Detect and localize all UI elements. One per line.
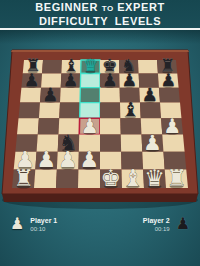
square-e6[interactable] xyxy=(100,88,120,103)
player2-name: Player 2 xyxy=(143,216,170,225)
players-bar: ♟ Player 1 00:10 Player 2 00:19 ♟ xyxy=(0,209,200,239)
player1-clock: 00:10 xyxy=(30,225,57,233)
player1-panel: ♟ Player 1 00:10 xyxy=(10,216,57,233)
black-pawn-g6[interactable]: ♟ xyxy=(141,84,157,105)
white-pawn-icon: ♟ xyxy=(10,216,24,232)
black-pawn-c7[interactable]: ♟ xyxy=(63,70,79,90)
promo-header: BEGINNER TO EXPERT DIFFICULTY LEVELS xyxy=(0,0,200,28)
white-queen-g1[interactable]: ♛ xyxy=(144,165,165,191)
square-g5[interactable] xyxy=(140,103,161,119)
square-e4[interactable] xyxy=(100,118,121,134)
header-line2: DIFFICULTY LEVELS xyxy=(39,15,161,27)
white-pawn-d2[interactable]: ♟ xyxy=(79,147,99,172)
black-pawn-a7[interactable]: ♟ xyxy=(24,70,40,90)
white-pawn-d4[interactable]: ♟ xyxy=(81,114,99,138)
square-e5[interactable] xyxy=(100,103,120,119)
header-line1: BEGINNER TO EXPERT xyxy=(35,1,165,15)
square-a5[interactable] xyxy=(19,103,40,119)
white-king-e1[interactable]: ♚ xyxy=(101,165,122,191)
player1-name: Player 1 xyxy=(30,216,57,225)
board-frame-side xyxy=(2,194,198,202)
board-frame-highlight xyxy=(11,50,189,52)
square-f3[interactable] xyxy=(121,135,143,152)
black-bishop-f5[interactable]: ♝ xyxy=(122,98,139,121)
black-pawn-e7[interactable]: ♟ xyxy=(102,70,118,90)
white-pawn-g3[interactable]: ♟ xyxy=(143,130,162,155)
black-pawn-icon: ♟ xyxy=(176,216,190,232)
square-b5[interactable] xyxy=(39,103,60,119)
square-d6[interactable] xyxy=(80,88,100,103)
square-h6[interactable] xyxy=(159,88,180,103)
square-a6[interactable] xyxy=(20,88,41,103)
header-shadow xyxy=(0,30,200,44)
white-pawn-c2[interactable]: ♟ xyxy=(58,147,78,172)
square-b8[interactable] xyxy=(42,60,62,73)
white-rook-h1[interactable]: ♜ xyxy=(166,165,187,191)
square-b4[interactable] xyxy=(38,118,60,134)
black-pawn-f7[interactable]: ♟ xyxy=(121,70,137,90)
black-pawn-b6[interactable]: ♟ xyxy=(42,84,58,105)
white-pawn-h4[interactable]: ♟ xyxy=(163,114,181,138)
black-pawn-h7[interactable]: ♟ xyxy=(161,70,177,90)
white-pawn-b2[interactable]: ♟ xyxy=(37,147,57,172)
square-c6[interactable] xyxy=(60,88,80,103)
app-screen: BEGINNER TO EXPERT DIFFICULTY LEVELS ♜♝♛… xyxy=(0,0,200,266)
chess-board[interactable]: ♜♝♛♚♞♜♟♟♟♟♟♟♟♝♟♟♞♟♟♟♟♟♜♚♝♛♜ xyxy=(0,44,200,216)
white-rook-a1[interactable]: ♜ xyxy=(13,165,34,191)
square-a4[interactable] xyxy=(17,118,39,134)
player2-panel: Player 2 00:19 ♟ xyxy=(143,216,190,233)
player2-clock: 00:19 xyxy=(143,225,170,233)
square-e3[interactable] xyxy=(100,135,121,152)
square-g8[interactable] xyxy=(138,60,158,73)
white-bishop-f1[interactable]: ♝ xyxy=(122,165,143,191)
square-c5[interactable] xyxy=(59,103,80,119)
square-d7[interactable] xyxy=(80,73,100,87)
black-queen-d8[interactable]: ♛ xyxy=(83,55,98,75)
